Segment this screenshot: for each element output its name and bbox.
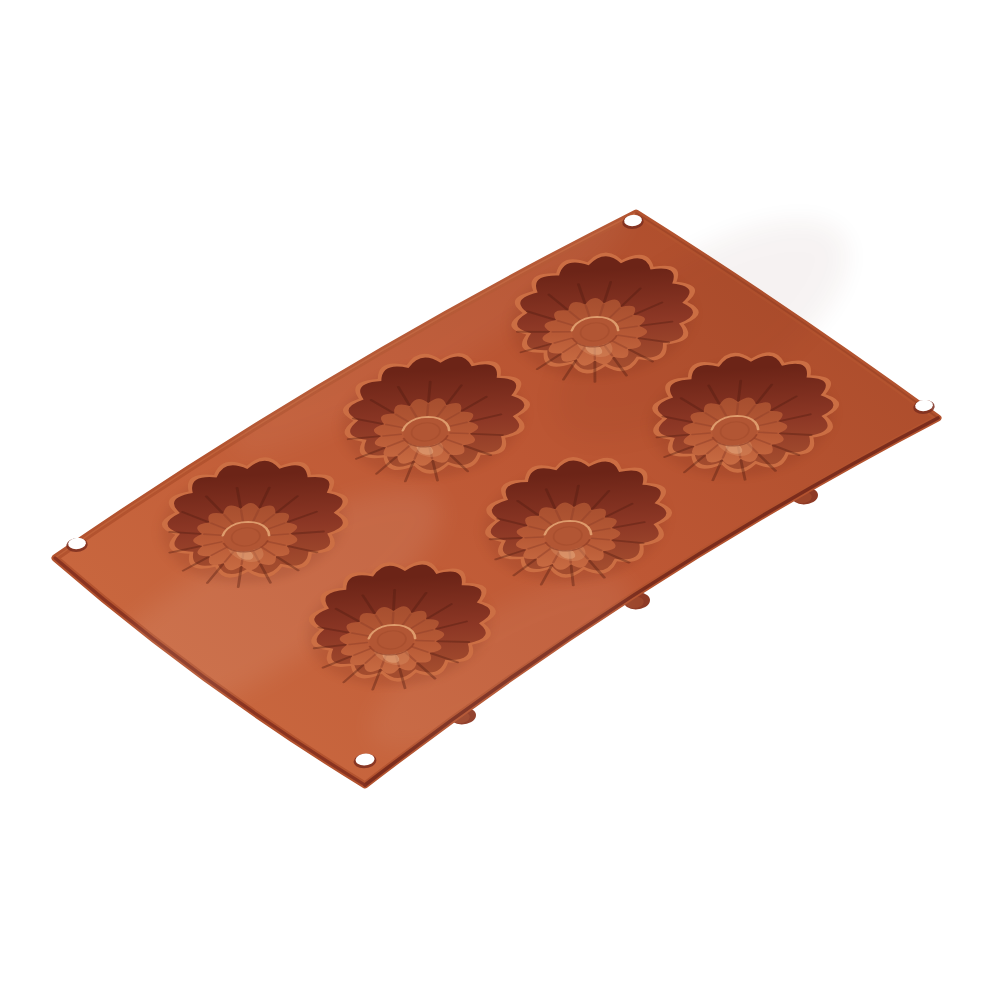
product-photo <box>0 0 1000 1000</box>
baking-mold-graphic <box>0 0 1000 1000</box>
